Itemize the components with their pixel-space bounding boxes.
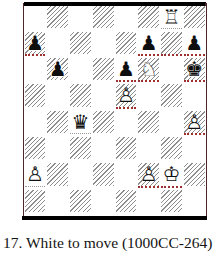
square-a5	[24, 84, 47, 110]
square-f8	[137, 6, 160, 32]
dark-square-d4	[92, 111, 115, 133]
square-a7: ♟	[24, 32, 47, 58]
dark-square-d2	[92, 163, 115, 185]
dark-square-g1	[160, 190, 183, 212]
square-b8	[46, 6, 69, 32]
light-square-h3	[183, 137, 206, 159]
light-square-b7	[46, 32, 69, 54]
black-pawn-f7: ♟	[137, 32, 160, 54]
dark-square-c5	[69, 84, 92, 106]
square-a3	[24, 137, 47, 163]
dark-square-d6	[92, 58, 115, 80]
white-pawn-a2: ♟♙	[24, 163, 47, 185]
square-h8	[183, 6, 206, 32]
dark-square-f4	[137, 111, 160, 133]
square-e7	[115, 32, 138, 58]
dark-square-g5	[160, 84, 183, 106]
black-queen-c4: ♛	[69, 111, 92, 133]
black-pawn-h7: ♟	[183, 32, 206, 54]
light-square-g6	[160, 58, 183, 80]
chess-diagram: ♜♖♟♟♟♟♟♞♘♚♟♙♛♟♙♟♙♟♙♚♔	[0, 0, 223, 230]
square-f2: ♟♙	[137, 163, 160, 189]
square-h4: ♟♙	[183, 111, 206, 137]
light-square-d5	[92, 84, 115, 106]
square-g7	[160, 32, 183, 58]
light-square-a8	[24, 6, 47, 28]
white-pawn-outline-glyph: ♙	[115, 84, 138, 106]
square-e6: ♟	[115, 58, 138, 84]
square-b4	[46, 111, 69, 137]
light-square-b5	[46, 84, 69, 106]
dark-square-e7	[115, 32, 138, 54]
square-d5	[92, 84, 115, 110]
square-a2: ♟♙	[24, 163, 47, 189]
white-king-outline-glyph: ♔	[160, 163, 183, 185]
dark-square-a3	[24, 137, 47, 159]
light-square-b1	[46, 190, 69, 212]
light-square-a4	[24, 111, 47, 133]
white-rook-outline-glyph: ♖	[160, 6, 183, 28]
square-g5	[160, 84, 183, 110]
square-b2	[46, 163, 69, 189]
dark-square-e3	[115, 137, 138, 159]
dark-square-e1	[115, 190, 138, 212]
dark-square-g3	[160, 137, 183, 159]
dark-square-c3	[69, 137, 92, 159]
light-square-e2	[115, 163, 138, 185]
white-rook-g8: ♜♖	[160, 6, 183, 28]
light-square-c2	[69, 163, 92, 185]
light-square-c6	[69, 58, 92, 80]
square-h3	[183, 137, 206, 163]
square-g2: ♚♔	[160, 163, 183, 189]
light-square-f3	[137, 137, 160, 159]
black-queen-glyph: ♛	[69, 111, 92, 133]
square-b1	[46, 190, 69, 216]
dark-square-c7	[69, 32, 92, 54]
square-h2	[183, 163, 206, 189]
board-bottom-rail	[22, 216, 207, 220]
square-c7	[69, 32, 92, 58]
black-pawn-glyph: ♟	[183, 32, 206, 54]
square-h7: ♟	[183, 32, 206, 58]
black-king-h6: ♚	[183, 58, 206, 80]
square-g1	[160, 190, 183, 216]
square-d4	[92, 111, 115, 137]
dark-square-b4	[46, 111, 69, 133]
light-square-h1	[183, 190, 206, 212]
light-square-d7	[92, 32, 115, 54]
square-f4	[137, 111, 160, 137]
square-h1	[183, 190, 206, 216]
square-e2	[115, 163, 138, 189]
square-h5	[183, 84, 206, 110]
dark-square-f8	[137, 6, 160, 28]
square-e4	[115, 111, 138, 137]
square-b5	[46, 84, 69, 110]
square-f3	[137, 137, 160, 163]
white-king-g2: ♚♔	[160, 163, 183, 185]
square-d7	[92, 32, 115, 58]
square-b6: ♟	[46, 58, 69, 84]
chess-board: ♜♖♟♟♟♟♟♞♘♚♟♙♛♟♙♟♙♟♙♚♔	[24, 6, 206, 216]
black-pawn-e6: ♟	[115, 58, 138, 80]
square-a6	[24, 58, 47, 84]
square-f1	[137, 190, 160, 216]
square-c5	[69, 84, 92, 110]
light-square-f1	[137, 190, 160, 212]
white-pawn-outline-glyph: ♙	[24, 163, 47, 185]
dark-square-h2	[183, 163, 206, 185]
square-e1	[115, 190, 138, 216]
square-b7	[46, 32, 69, 58]
white-pawn-h4: ♟♙	[183, 111, 206, 133]
white-knight-outline-glyph: ♘	[137, 58, 160, 80]
square-a8	[24, 6, 47, 32]
dark-square-a5	[24, 84, 47, 106]
square-a1	[24, 190, 47, 216]
black-king-glyph: ♚	[183, 58, 206, 80]
white-knight-f6: ♞♘	[137, 58, 160, 80]
square-d3	[92, 137, 115, 163]
square-f5	[137, 84, 160, 110]
square-b3	[46, 137, 69, 163]
light-square-g4	[160, 111, 183, 133]
dark-square-a1	[24, 190, 47, 212]
black-pawn-glyph: ♟	[115, 58, 138, 80]
white-pawn-e5: ♟♙	[115, 84, 138, 106]
square-g6	[160, 58, 183, 84]
white-pawn-f2: ♟♙	[137, 163, 160, 185]
white-pawn-outline-glyph: ♙	[183, 111, 206, 133]
square-g8: ♜♖	[160, 6, 183, 32]
black-pawn-glyph: ♟	[137, 32, 160, 54]
square-e8	[115, 6, 138, 32]
dark-square-b2	[46, 163, 69, 185]
light-square-c8	[69, 6, 92, 28]
square-g4	[160, 111, 183, 137]
square-d1	[92, 190, 115, 216]
square-c3	[69, 137, 92, 163]
black-pawn-a7: ♟	[24, 32, 47, 54]
white-pawn-outline-glyph: ♙	[137, 163, 160, 185]
square-e3	[115, 137, 138, 163]
dark-square-c1	[69, 190, 92, 212]
light-square-b3	[46, 137, 69, 159]
black-pawn-glyph: ♟	[24, 32, 47, 54]
black-pawn-b6: ♟	[46, 58, 69, 80]
dark-square-d8	[92, 6, 115, 28]
light-square-f5	[137, 84, 160, 106]
dark-square-h8	[183, 6, 206, 28]
light-square-e8	[115, 6, 138, 28]
square-c1	[69, 190, 92, 216]
square-g3	[160, 137, 183, 163]
square-f7: ♟	[137, 32, 160, 58]
light-square-a6	[24, 58, 47, 80]
square-h6: ♚	[183, 58, 206, 84]
square-f6: ♞♘	[137, 58, 160, 84]
square-c4: ♛	[69, 111, 92, 137]
light-square-d1	[92, 190, 115, 212]
light-square-h5	[183, 84, 206, 106]
square-a4	[24, 111, 47, 137]
dark-square-g7	[160, 32, 183, 54]
square-c6	[69, 58, 92, 84]
light-square-e4	[115, 111, 138, 133]
square-c2	[69, 163, 92, 189]
square-d6	[92, 58, 115, 84]
square-d2	[92, 163, 115, 189]
diagram-caption: 17. White to move (1000CC-264)	[3, 233, 222, 253]
square-c8	[69, 6, 92, 32]
square-d8	[92, 6, 115, 32]
dark-square-b8	[46, 6, 69, 28]
black-pawn-glyph: ♟	[46, 58, 69, 80]
light-square-d3	[92, 137, 115, 159]
square-e5: ♟♙	[115, 84, 138, 110]
